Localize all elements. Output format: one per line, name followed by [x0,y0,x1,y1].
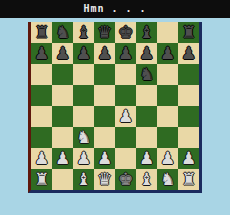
white-pawn-piece[interactable]: ♟ [136,148,157,169]
square-c5[interactable] [73,85,94,106]
square-h4[interactable] [178,106,199,127]
square-e7[interactable]: ♟ [115,43,136,64]
black-pawn-piece[interactable]: ♟ [178,43,199,64]
status-message: Hmn . . . [83,0,146,18]
square-f5[interactable] [136,85,157,106]
square-g2[interactable]: ♟ [157,148,178,169]
square-d2[interactable]: ♟ [94,148,115,169]
black-rook-piece[interactable]: ♜ [31,22,52,43]
white-rook-piece[interactable]: ♜ [31,169,52,190]
square-d1[interactable]: ♛ [94,169,115,190]
square-b8[interactable]: ♞ [52,22,73,43]
white-pawn-piece[interactable]: ♟ [178,148,199,169]
white-king-piece[interactable]: ♚ [115,169,136,190]
title-bar: Hmn . . . [0,0,230,18]
square-e3[interactable] [115,127,136,148]
square-b7[interactable]: ♟ [52,43,73,64]
square-b2[interactable]: ♟ [52,148,73,169]
white-queen-piece[interactable]: ♛ [94,169,115,190]
black-knight-piece[interactable]: ♞ [136,64,157,85]
white-pawn-piece[interactable]: ♟ [52,148,73,169]
square-g4[interactable] [157,106,178,127]
square-f7[interactable]: ♟ [136,43,157,64]
square-e8[interactable]: ♚ [115,22,136,43]
square-e5[interactable] [115,85,136,106]
square-e1[interactable]: ♚ [115,169,136,190]
black-pawn-piece[interactable]: ♟ [52,43,73,64]
square-a1[interactable]: ♜ [31,169,52,190]
black-pawn-piece[interactable]: ♟ [94,43,115,64]
square-d7[interactable]: ♟ [94,43,115,64]
black-pawn-piece[interactable]: ♟ [31,43,52,64]
square-d5[interactable] [94,85,115,106]
game-window: { "game": "chess", "title_bar": { "text"… [0,0,230,215]
square-a3[interactable] [31,127,52,148]
square-c1[interactable]: ♝ [73,169,94,190]
square-h1[interactable]: ♜ [178,169,199,190]
square-b6[interactable] [52,64,73,85]
square-b1[interactable] [52,169,73,190]
square-h3[interactable] [178,127,199,148]
white-knight-piece[interactable]: ♞ [157,169,178,190]
square-d4[interactable] [94,106,115,127]
chess-board: ♜♞♝♛♚♝♜♟♟♟♟♟♟♟♟♞♟♞♟♟♟♟♟♟♟♜♝♛♚♝♞♜ [31,22,199,190]
white-knight-piece[interactable]: ♞ [73,127,94,148]
white-pawn-piece[interactable]: ♟ [157,148,178,169]
white-bishop-piece[interactable]: ♝ [73,169,94,190]
black-bishop-piece[interactable]: ♝ [73,22,94,43]
square-f8[interactable]: ♝ [136,22,157,43]
black-pawn-piece[interactable]: ♟ [115,43,136,64]
square-d8[interactable]: ♛ [94,22,115,43]
square-h7[interactable]: ♟ [178,43,199,64]
square-c2[interactable]: ♟ [73,148,94,169]
black-pawn-piece[interactable]: ♟ [136,43,157,64]
white-pawn-piece[interactable]: ♟ [115,106,136,127]
square-b4[interactable] [52,106,73,127]
square-f6[interactable]: ♞ [136,64,157,85]
black-king-piece[interactable]: ♚ [115,22,136,43]
square-h8[interactable]: ♜ [178,22,199,43]
square-g8[interactable] [157,22,178,43]
square-g6[interactable] [157,64,178,85]
square-b3[interactable] [52,127,73,148]
black-knight-piece[interactable]: ♞ [52,22,73,43]
square-g5[interactable] [157,85,178,106]
square-c7[interactable]: ♟ [73,43,94,64]
square-a2[interactable]: ♟ [31,148,52,169]
square-h5[interactable] [178,85,199,106]
square-f4[interactable] [136,106,157,127]
white-pawn-piece[interactable]: ♟ [73,148,94,169]
square-c4[interactable] [73,106,94,127]
square-f3[interactable] [136,127,157,148]
square-c3[interactable]: ♞ [73,127,94,148]
square-a8[interactable]: ♜ [31,22,52,43]
square-d6[interactable] [94,64,115,85]
board-frame: ♜♞♝♛♚♝♜♟♟♟♟♟♟♟♟♞♟♞♟♟♟♟♟♟♟♜♝♛♚♝♞♜ [28,22,202,193]
square-a5[interactable] [31,85,52,106]
white-rook-piece[interactable]: ♜ [178,169,199,190]
black-queen-piece[interactable]: ♛ [94,22,115,43]
square-a6[interactable] [31,64,52,85]
white-pawn-piece[interactable]: ♟ [31,148,52,169]
square-c6[interactable] [73,64,94,85]
black-pawn-piece[interactable]: ♟ [157,43,178,64]
black-pawn-piece[interactable]: ♟ [73,43,94,64]
white-bishop-piece[interactable]: ♝ [136,169,157,190]
square-e4[interactable]: ♟ [115,106,136,127]
square-e6[interactable] [115,64,136,85]
square-h2[interactable]: ♟ [178,148,199,169]
square-f1[interactable]: ♝ [136,169,157,190]
square-h6[interactable] [178,64,199,85]
square-a7[interactable]: ♟ [31,43,52,64]
square-g7[interactable]: ♟ [157,43,178,64]
square-g3[interactable] [157,127,178,148]
square-g1[interactable]: ♞ [157,169,178,190]
black-bishop-piece[interactable]: ♝ [136,22,157,43]
square-a4[interactable] [31,106,52,127]
white-pawn-piece[interactable]: ♟ [94,148,115,169]
square-b5[interactable] [52,85,73,106]
square-e2[interactable] [115,148,136,169]
square-f2[interactable]: ♟ [136,148,157,169]
square-d3[interactable] [94,127,115,148]
square-c8[interactable]: ♝ [73,22,94,43]
black-rook-piece[interactable]: ♜ [178,22,199,43]
